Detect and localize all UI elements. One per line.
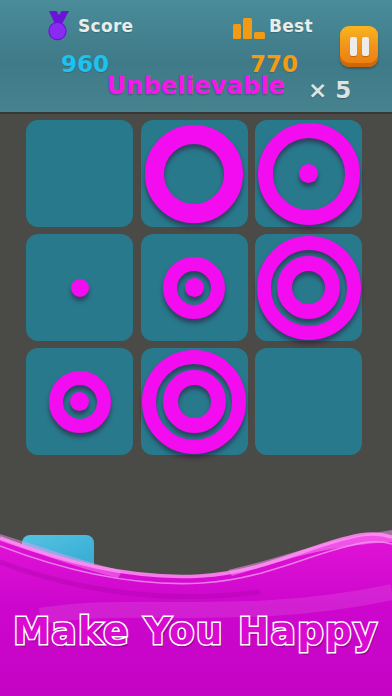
game-screen: Score 960 Best 770 Unbelievable × 5 <box>0 0 392 696</box>
dot-shape <box>70 392 89 411</box>
cell-1-1-ring-dot[interactable] <box>141 234 248 341</box>
header: Score 960 Best 770 Unbelievable × 5 <box>0 0 392 112</box>
cell-0-2-ring-large-dot[interactable] <box>255 120 362 227</box>
dot-shape <box>299 164 318 183</box>
banner-text: Make You Happy <box>13 610 378 653</box>
wave-banner: Make You Happy Make You Happy <box>0 496 392 696</box>
ring-shape <box>163 370 226 433</box>
ring-shape <box>277 256 340 319</box>
medal-icon <box>45 11 73 41</box>
dot-shape <box>71 279 89 297</box>
pause-button[interactable] <box>340 26 378 67</box>
bar-chart-icon <box>232 16 266 40</box>
pause-icon <box>362 37 369 56</box>
cell-2-2-empty[interactable] <box>255 348 362 455</box>
best-label: Best <box>269 16 313 36</box>
score-label: Score <box>78 16 133 36</box>
cell-1-2-double-ring-large[interactable] <box>255 234 362 341</box>
cell-1-0-dot[interactable] <box>26 234 133 341</box>
board-grid <box>26 120 362 455</box>
multiplier-text: × 5 <box>308 77 351 103</box>
cell-2-1-double-ring-large[interactable] <box>141 348 248 455</box>
dot-shape <box>185 278 204 297</box>
cell-2-0-ring-dot[interactable] <box>26 348 133 455</box>
pause-icon <box>350 37 357 56</box>
cell-0-1-ring-large[interactable] <box>141 120 248 227</box>
ring-shape <box>145 125 243 223</box>
cell-0-0-empty[interactable] <box>26 120 133 227</box>
